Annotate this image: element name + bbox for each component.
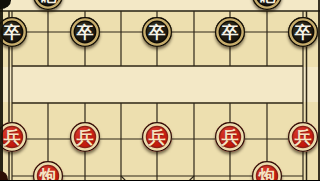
black-soldier[interactable]: 卒 [142,17,172,47]
piece-glyph: 兵 [77,129,94,146]
piece-glyph: 卒 [149,24,166,41]
xiangqi-board: 砲砲卒卒卒卒卒兵兵兵兵兵炮炮 [0,0,320,180]
screen-edge-shadow-left [0,0,3,180]
piece-glyph: 卒 [222,24,239,41]
black-soldier[interactable]: 卒 [288,17,318,47]
piece-glyph: 炮 [259,168,276,181]
piece-glyph: 兵 [222,129,239,146]
red-soldier[interactable]: 兵 [288,122,318,152]
black-soldier[interactable]: 卒 [70,17,100,47]
piece-glyph: 卒 [295,24,312,41]
piece-glyph: 兵 [4,129,21,146]
piece-glyph: 兵 [149,129,166,146]
piece-glyph: 兵 [295,129,312,146]
red-soldier[interactable]: 兵 [142,122,172,152]
piece-glyph: 卒 [4,24,21,41]
red-soldier[interactable]: 兵 [215,122,245,152]
red-soldier[interactable]: 兵 [70,122,100,152]
black-soldier[interactable]: 卒 [215,17,245,47]
piece-glyph: 炮 [40,168,57,181]
piece-glyph: 砲 [40,0,57,4]
piece-glyph: 卒 [77,24,94,41]
piece-glyph: 砲 [259,0,276,4]
